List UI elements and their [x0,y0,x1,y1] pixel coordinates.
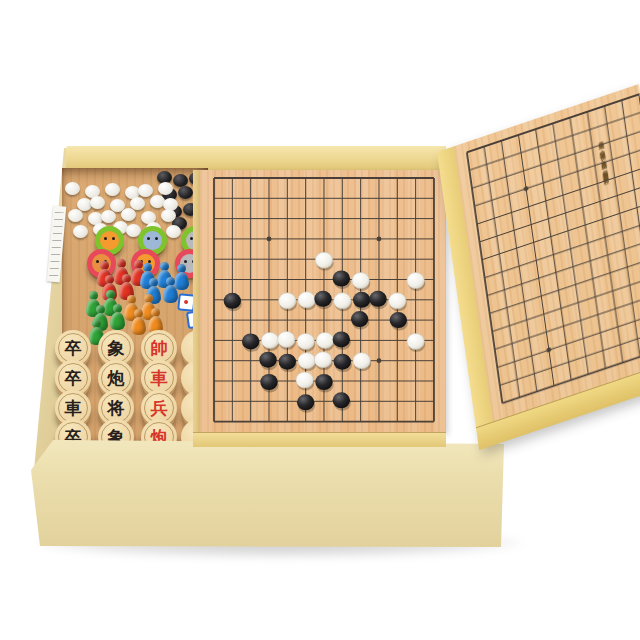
go-stone-black[interactable] [353,292,371,310]
elephant-face-icon [143,231,162,250]
go-stone-black[interactable] [333,271,351,289]
xiangqi-ring [101,363,131,393]
go-stone-black[interactable] [333,392,351,410]
go-stone-white[interactable] [407,333,425,351]
go-stone-white[interactable] [138,184,153,197]
xiangqi-ring [58,363,88,393]
star-point [546,347,551,353]
star-point [377,237,382,242]
xiangqi-ring [58,333,88,363]
go-stone-white[interactable] [353,353,371,371]
go-stone-white[interactable] [158,182,173,195]
go-stone-white[interactable] [68,209,83,222]
go-stone-white[interactable] [298,353,316,371]
go-stone-white[interactable] [278,331,296,349]
xiangqi-ring [144,363,174,393]
eye-icon [184,260,187,263]
ludo-pawn-green[interactable] [110,304,125,330]
go-stone-white[interactable] [315,252,333,270]
xiangqi-ring [101,333,131,363]
go-stone-white[interactable] [334,293,352,311]
star-point [523,186,528,192]
go-stone-white[interactable] [65,182,80,195]
go-stone-black[interactable] [315,374,333,392]
go-stone-black[interactable] [297,394,315,412]
gomoku-grid [467,89,640,404]
pawn-body [163,285,178,303]
go-stone-white[interactable] [298,292,316,310]
product-photo-stage: 卒象帥卒炮車車将兵卒象炮 五子棋规则：两个玩家轮流落子，首先在棋盘上横、竖或斜方… [0,0,640,640]
go-stone-black[interactable] [333,331,351,349]
go-stone-white[interactable] [389,293,407,311]
go-stone-black[interactable] [178,186,193,199]
go-stone-white[interactable] [105,183,120,196]
eye-icon [104,237,107,240]
go-board-frame-left [193,170,200,432]
star-point [377,358,382,363]
go-stone-white[interactable] [316,332,334,350]
go-stone-white[interactable] [166,225,181,238]
eye-icon [147,237,150,240]
eye-icon [155,237,158,240]
go-board-frame-bottom [193,432,446,447]
go-stone-white[interactable] [90,196,105,209]
go-stone-black[interactable] [260,374,278,392]
ludo-pawn-orange[interactable] [131,309,146,335]
go-stone-white[interactable] [121,208,136,221]
tiger-face-icon [100,231,119,250]
go-stone-white[interactable] [279,293,297,311]
go-stone-white[interactable] [314,352,332,370]
go-stone-white[interactable] [101,210,116,223]
go-stone-white[interactable] [407,273,425,291]
box-front-panel [31,440,506,548]
gomoku-board-panel[interactable]: 五子棋规则：两个玩家轮流落子，首先在棋盘上横、竖或斜方向连成五个棋子的一方获胜。 [437,84,640,449]
go-stone-black[interactable] [242,333,260,351]
go-stone-black[interactable] [351,311,369,329]
go-board[interactable] [200,170,446,432]
go-stone-white[interactable] [261,332,279,350]
go-stone-black[interactable] [390,312,408,330]
go-stone-black[interactable] [279,354,297,372]
pawn-body [131,317,146,335]
go-stone-white[interactable] [297,333,315,351]
pawn-body [110,312,125,330]
go-stone-white[interactable] [352,273,370,291]
go-stone-white[interactable] [161,209,176,222]
go-stone-black[interactable] [259,352,277,370]
go-stone-white[interactable] [296,372,314,390]
go-stone-black[interactable] [224,293,242,311]
go-stone-black[interactable] [334,354,352,372]
ludo-pawn-blue[interactable] [163,277,178,303]
go-stone-black[interactable] [369,291,387,309]
xiangqi-ring [144,333,174,363]
star-point [267,237,272,242]
go-stone-white[interactable] [73,225,88,238]
dice-pip [184,300,188,304]
eye-icon [112,237,115,240]
go-stone-black[interactable] [314,291,332,309]
